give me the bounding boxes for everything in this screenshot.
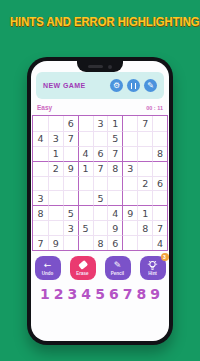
sudoku-cell-r1c8[interactable]: 7 [137, 116, 152, 131]
numpad-key-1[interactable]: 1 [40, 287, 50, 301]
sudoku-cell-r3c3[interactable] [63, 146, 78, 161]
sudoku-cell-r5c8[interactable]: 2 [137, 176, 152, 191]
sudoku-cell-r5c1[interactable] [33, 176, 48, 191]
sudoku-cell-r4c5[interactable]: 7 [93, 161, 108, 176]
undo-button[interactable]: ← Undo [35, 256, 61, 280]
sudoku-cell-r2c3[interactable]: 7 [63, 131, 78, 146]
sudoku-cell-r4c9[interactable] [152, 161, 167, 176]
sudoku-cell-r7c5[interactable] [93, 205, 108, 220]
sudoku-cell-r5c5[interactable] [93, 176, 108, 191]
numpad-key-7[interactable]: 7 [123, 287, 133, 301]
sudoku-cell-r1c3[interactable]: 6 [63, 116, 78, 131]
sudoku-cell-r3c6[interactable]: 7 [107, 146, 122, 161]
erase-button[interactable]: Erase [70, 256, 96, 280]
speaker-slot [88, 65, 103, 68]
sudoku-cell-r1c4[interactable] [78, 116, 93, 131]
number-pad: 123456789 [40, 287, 160, 301]
sudoku-cell-r7c4[interactable] [78, 205, 93, 220]
sudoku-cell-r6c9[interactable] [152, 190, 167, 205]
hint-count-badge: 3 [161, 253, 169, 261]
pause-icon [131, 83, 136, 89]
sudoku-cell-r4c6[interactable]: 8 [107, 161, 122, 176]
sudoku-cell-r2c2[interactable]: 3 [48, 131, 63, 146]
sudoku-cell-r5c2[interactable] [48, 176, 63, 191]
sudoku-cell-r6c4[interactable] [78, 190, 93, 205]
pencil-icon: ✎ [147, 82, 154, 90]
numpad-key-9[interactable]: 9 [150, 287, 160, 301]
sudoku-cell-r4c4[interactable]: 1 [78, 161, 93, 176]
screenshot-root: HINTS AND ERROR HIGHLIGHTING NEW GAME ⚙ … [0, 0, 200, 361]
sudoku-cell-r5c7[interactable] [122, 176, 137, 191]
sudoku-cell-r3c8[interactable] [137, 146, 152, 161]
sudoku-cell-r3c7[interactable] [122, 146, 137, 161]
sudoku-cell-r2c4[interactable] [78, 131, 93, 146]
undo-arrow-icon: ← [44, 260, 52, 270]
sudoku-cell-r2c1[interactable]: 4 [33, 131, 48, 146]
sudoku-cell-r8c7[interactable] [122, 220, 137, 235]
sudoku-cell-r6c7[interactable] [122, 190, 137, 205]
sudoku-cell-r1c5[interactable]: 3 [93, 116, 108, 131]
pencil-icon: ✎ [114, 260, 122, 270]
sudoku-cell-r5c4[interactable] [78, 176, 93, 191]
app-header: NEW GAME ⚙ ✎ [36, 72, 164, 99]
numpad-key-5[interactable]: 5 [95, 287, 105, 301]
sudoku-cell-r5c6[interactable] [107, 176, 122, 191]
sudoku-cell-r4c2[interactable]: 2 [48, 161, 63, 176]
sudoku-cell-r3c2[interactable]: 1 [48, 146, 63, 161]
header-buttons: ⚙ ✎ [110, 79, 157, 92]
hint-button[interactable]: 3 Hint [140, 256, 166, 280]
undo-label: Undo [42, 271, 54, 276]
sudoku-cell-r7c6[interactable]: 4 [107, 205, 122, 220]
sudoku-cell-r9c4[interactable] [78, 235, 93, 250]
sudoku-cell-r7c7[interactable]: 9 [122, 205, 137, 220]
sudoku-cell-r2c6[interactable]: 5 [107, 131, 122, 146]
sudoku-cell-r6c6[interactable] [107, 190, 122, 205]
sudoku-cell-r3c1[interactable] [33, 146, 48, 161]
toolbar: ← Undo Erase ✎ Pencil 3 [31, 256, 169, 280]
sudoku-cell-r2c5[interactable] [93, 131, 108, 146]
status-row: Easy 00 : 11 [37, 102, 163, 113]
sudoku-cell-r8c4[interactable]: 5 [78, 220, 93, 235]
timer-label: 00 : 11 [146, 105, 163, 111]
sudoku-cell-r9c2[interactable]: 9 [48, 235, 63, 250]
sudoku-cell-r8c5[interactable] [93, 220, 108, 235]
sudoku-cell-r9c9[interactable]: 4 [152, 235, 167, 250]
new-game-button[interactable]: NEW GAME [43, 82, 85, 89]
sudoku-cell-r8c6[interactable]: 9 [107, 220, 122, 235]
sudoku-cell-r3c9[interactable]: 8 [152, 146, 167, 161]
sudoku-cell-r9c5[interactable]: 8 [93, 235, 108, 250]
sudoku-cell-r7c1[interactable]: 8 [33, 205, 48, 220]
sudoku-cell-r7c9[interactable] [152, 205, 167, 220]
sudoku-cell-r1c6[interactable]: 1 [107, 116, 122, 131]
sudoku-cell-r5c3[interactable] [63, 176, 78, 191]
sudoku-cell-r9c1[interactable]: 7 [33, 235, 48, 250]
sudoku-cell-r6c8[interactable] [137, 190, 152, 205]
sudoku-cell-r7c3[interactable]: 5 [63, 205, 78, 220]
lightbulb-icon [147, 260, 158, 270]
eraser-icon [79, 260, 87, 270]
pause-button[interactable] [127, 79, 140, 92]
settings-button[interactable]: ⚙ [110, 79, 123, 92]
sudoku-cell-r4c1[interactable] [33, 161, 48, 176]
sudoku-board: 63174375146782917832635854913598779864 [32, 115, 168, 251]
sudoku-cell-r2c8[interactable] [137, 131, 152, 146]
sudoku-cell-r8c2[interactable] [48, 220, 63, 235]
theme-button[interactable]: ✎ [144, 79, 157, 92]
sudoku-cell-r1c2[interactable] [48, 116, 63, 131]
numpad-key-6[interactable]: 6 [109, 287, 119, 301]
camera-dot [108, 65, 112, 69]
sudoku-cell-r9c8[interactable] [137, 235, 152, 250]
sudoku-cell-r6c3[interactable] [63, 190, 78, 205]
phone-notch [77, 61, 123, 72]
sudoku-cell-r2c9[interactable] [152, 131, 167, 146]
erase-label: Erase [76, 271, 88, 276]
banner-title: HINTS AND ERROR HIGHLIGHTING [10, 15, 190, 29]
gear-icon: ⚙ [113, 82, 120, 90]
sudoku-cell-r3c4[interactable]: 4 [78, 146, 93, 161]
sudoku-cell-r6c2[interactable] [48, 190, 63, 205]
sudoku-cell-r7c8[interactable]: 1 [137, 205, 152, 220]
sudoku-cell-r6c1[interactable]: 3 [33, 190, 48, 205]
sudoku-cell-r6c5[interactable]: 5 [93, 190, 108, 205]
sudoku-cell-r1c1[interactable] [33, 116, 48, 131]
sudoku-cell-r2c7[interactable] [122, 131, 137, 146]
sudoku-cell-r8c8[interactable]: 8 [137, 220, 152, 235]
sudoku-cell-r7c2[interactable] [48, 205, 63, 220]
phone-frame: NEW GAME ⚙ ✎ Easy 00 : 11 63174375146782… [27, 57, 173, 345]
numpad-key-3[interactable]: 3 [68, 287, 78, 301]
difficulty-label: Easy [37, 104, 52, 111]
sudoku-cell-r1c7[interactable] [122, 116, 137, 131]
sudoku-cell-r8c1[interactable] [33, 220, 48, 235]
pencil-button[interactable]: ✎ Pencil [105, 256, 131, 280]
numpad-key-8[interactable]: 8 [136, 287, 146, 301]
sudoku-cell-r8c9[interactable]: 7 [152, 220, 167, 235]
sudoku-cell-r1c9[interactable] [152, 116, 167, 131]
sudoku-cell-r9c6[interactable]: 6 [107, 235, 122, 250]
sudoku-cell-r4c7[interactable]: 3 [122, 161, 137, 176]
sudoku-cell-r9c7[interactable] [122, 235, 137, 250]
sudoku-cell-r5c9[interactable]: 6 [152, 176, 167, 191]
sudoku-cell-r4c3[interactable]: 9 [63, 161, 78, 176]
sudoku-cell-r9c3[interactable] [63, 235, 78, 250]
numpad-key-2[interactable]: 2 [54, 287, 64, 301]
pencil-label: Pencil [111, 271, 124, 276]
hint-label: Hint [148, 271, 157, 276]
sudoku-cell-r4c8[interactable] [137, 161, 152, 176]
sudoku-cell-r3c5[interactable]: 6 [93, 146, 108, 161]
numpad-key-4[interactable]: 4 [81, 287, 91, 301]
sudoku-cell-r8c3[interactable]: 3 [63, 220, 78, 235]
phone-screen: NEW GAME ⚙ ✎ Easy 00 : 11 63174375146782… [31, 61, 169, 341]
